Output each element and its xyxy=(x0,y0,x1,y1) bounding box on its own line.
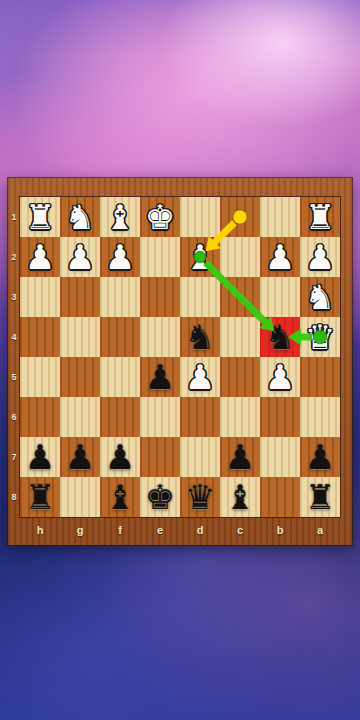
piece-wB-d2: ♝ xyxy=(180,237,220,277)
square-e2[interactable] xyxy=(140,237,180,277)
square-d7[interactable] xyxy=(180,437,220,477)
square-f6[interactable] xyxy=(100,397,140,437)
piece-wP-d5: ♟ xyxy=(180,357,220,397)
square-f4[interactable] xyxy=(100,317,140,357)
square-g7[interactable]: ♟ xyxy=(60,437,100,477)
rank-label-8: 8 xyxy=(8,477,20,517)
rank-label-2: 2 xyxy=(8,237,20,277)
piece-wP-a2: ♟ xyxy=(300,237,340,277)
square-f2[interactable]: ♟ xyxy=(100,237,140,277)
square-f1[interactable]: ♝ xyxy=(100,197,140,237)
square-f5[interactable] xyxy=(100,357,140,397)
file-label-e: e xyxy=(140,517,180,545)
piece-bR-a8: ♜ xyxy=(300,477,340,517)
square-c7[interactable]: ♟ xyxy=(220,437,260,477)
square-f7[interactable]: ♟ xyxy=(100,437,140,477)
piece-wK-e1: ♚ xyxy=(140,197,180,237)
piece-bP-e5: ♟ xyxy=(140,357,180,397)
square-e4[interactable] xyxy=(140,317,180,357)
square-a2[interactable]: ♟ xyxy=(300,237,340,277)
file-labels: hgfedcba xyxy=(20,517,340,545)
square-b5[interactable]: ♟ xyxy=(260,357,300,397)
file-label-d: d xyxy=(180,517,220,545)
square-c3[interactable] xyxy=(220,277,260,317)
piece-bP-g7: ♟ xyxy=(60,437,100,477)
square-g6[interactable] xyxy=(60,397,100,437)
square-b1[interactable] xyxy=(260,197,300,237)
file-label-g: g xyxy=(60,517,100,545)
piece-bN-b4: ♞ xyxy=(260,317,300,357)
rank-label-6: 6 xyxy=(8,397,20,437)
piece-wP-b5: ♟ xyxy=(260,357,300,397)
square-h3[interactable] xyxy=(20,277,60,317)
rank-label-3: 3 xyxy=(8,277,20,317)
square-e7[interactable] xyxy=(140,437,180,477)
square-c5[interactable] xyxy=(220,357,260,397)
square-g3[interactable] xyxy=(60,277,100,317)
piece-wB-f1: ♝ xyxy=(100,197,140,237)
square-e1[interactable]: ♚ xyxy=(140,197,180,237)
square-b2[interactable]: ♟ xyxy=(260,237,300,277)
rank-label-7: 7 xyxy=(8,437,20,477)
square-d2[interactable]: ♝ xyxy=(180,237,220,277)
square-b4[interactable]: ♞ xyxy=(260,317,300,357)
square-d4[interactable]: ♞ xyxy=(180,317,220,357)
piece-bP-h7: ♟ xyxy=(20,437,60,477)
rank-label-1: 1 xyxy=(8,197,20,237)
piece-bQ-d8: ♛ xyxy=(180,477,220,517)
square-c6[interactable] xyxy=(220,397,260,437)
piece-bR-h8: ♜ xyxy=(20,477,60,517)
square-b6[interactable] xyxy=(260,397,300,437)
piece-wP-b2: ♟ xyxy=(260,237,300,277)
piece-bP-f7: ♟ xyxy=(100,437,140,477)
chess-board: 12345678 hgfedcba ♜♞♝♚♜♟♟♟♝♟♟♞♞♞♛♟♟♟♟♟♟♟… xyxy=(8,178,352,545)
square-d5[interactable]: ♟ xyxy=(180,357,220,397)
file-label-h: h xyxy=(20,517,60,545)
square-a1[interactable]: ♜ xyxy=(300,197,340,237)
square-a3[interactable]: ♞ xyxy=(300,277,340,317)
square-b3[interactable] xyxy=(260,277,300,317)
square-d8[interactable]: ♛ xyxy=(180,477,220,517)
piece-wQ-a4: ♛ xyxy=(300,317,340,357)
rank-label-4: 4 xyxy=(8,317,20,357)
file-label-a: a xyxy=(300,517,340,545)
square-g4[interactable] xyxy=(60,317,100,357)
piece-bP-c7: ♟ xyxy=(220,437,260,477)
square-d1[interactable] xyxy=(180,197,220,237)
piece-wN-g1: ♞ xyxy=(60,197,100,237)
square-b7[interactable] xyxy=(260,437,300,477)
square-d3[interactable] xyxy=(180,277,220,317)
square-h7[interactable]: ♟ xyxy=(20,437,60,477)
square-g1[interactable]: ♞ xyxy=(60,197,100,237)
square-d6[interactable] xyxy=(180,397,220,437)
piece-bB-c8: ♝ xyxy=(220,477,260,517)
square-a7[interactable]: ♟ xyxy=(300,437,340,477)
rank-label-5: 5 xyxy=(8,357,20,397)
square-c1[interactable] xyxy=(220,197,260,237)
piece-wN-a3: ♞ xyxy=(300,277,340,317)
piece-bP-a7: ♟ xyxy=(300,437,340,477)
square-g8[interactable] xyxy=(60,477,100,517)
piece-wR-a1: ♜ xyxy=(300,197,340,237)
piece-bK-e8: ♚ xyxy=(140,477,180,517)
file-label-c: c xyxy=(220,517,260,545)
piece-wP-f2: ♟ xyxy=(100,237,140,277)
square-e8[interactable]: ♚ xyxy=(140,477,180,517)
piece-wR-h1: ♜ xyxy=(20,197,60,237)
square-e5[interactable]: ♟ xyxy=(140,357,180,397)
file-label-b: b xyxy=(260,517,300,545)
square-a8[interactable]: ♜ xyxy=(300,477,340,517)
square-c2[interactable] xyxy=(220,237,260,277)
square-e6[interactable] xyxy=(140,397,180,437)
square-g2[interactable]: ♟ xyxy=(60,237,100,277)
square-f3[interactable] xyxy=(100,277,140,317)
rank-labels: 12345678 xyxy=(8,197,20,517)
piece-bB-f8: ♝ xyxy=(100,477,140,517)
piece-bN-d4: ♞ xyxy=(180,317,220,357)
piece-wP-h2: ♟ xyxy=(20,237,60,277)
square-a6[interactable] xyxy=(300,397,340,437)
square-h4[interactable] xyxy=(20,317,60,357)
square-a5[interactable] xyxy=(300,357,340,397)
square-h1[interactable]: ♜ xyxy=(20,197,60,237)
piece-wP-g2: ♟ xyxy=(60,237,100,277)
square-g5[interactable] xyxy=(60,357,100,397)
square-c4[interactable] xyxy=(220,317,260,357)
square-b8[interactable] xyxy=(260,477,300,517)
square-h2[interactable]: ♟ xyxy=(20,237,60,277)
square-e3[interactable] xyxy=(140,277,180,317)
square-h6[interactable] xyxy=(20,397,60,437)
board-squares: ♜♞♝♚♜♟♟♟♝♟♟♞♞♞♛♟♟♟♟♟♟♟♟♜♝♚♛♝♜ xyxy=(20,197,340,517)
square-h5[interactable] xyxy=(20,357,60,397)
file-label-f: f xyxy=(100,517,140,545)
square-c8[interactable]: ♝ xyxy=(220,477,260,517)
square-a4[interactable]: ♛ xyxy=(300,317,340,357)
square-f8[interactable]: ♝ xyxy=(100,477,140,517)
square-h8[interactable]: ♜ xyxy=(20,477,60,517)
